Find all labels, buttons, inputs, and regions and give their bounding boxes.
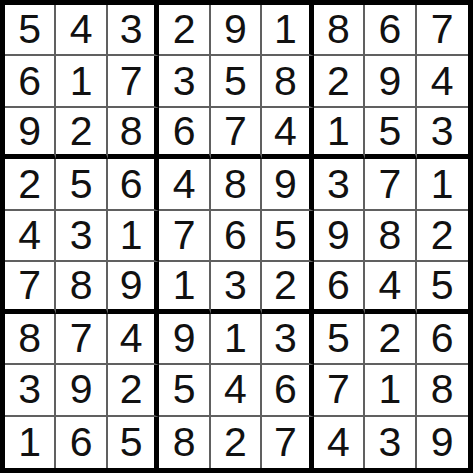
cell-r1c7: 8: [314, 5, 365, 56]
cell-r3c6: 4: [262, 108, 313, 159]
cell-r9c1: 1: [5, 417, 56, 468]
cell-r8c3: 2: [108, 365, 159, 416]
cell-r6c9: 5: [417, 262, 468, 313]
cell-r4c2: 5: [56, 159, 107, 210]
cell-r3c3: 8: [108, 108, 159, 159]
cell-r2c1: 6: [5, 56, 56, 107]
cell-r8c8: 1: [365, 365, 416, 416]
cell-r2c8: 9: [365, 56, 416, 107]
cell-r9c7: 4: [314, 417, 365, 468]
cell-r2c3: 7: [108, 56, 159, 107]
cell-r5c6: 5: [262, 211, 313, 262]
cell-r8c1: 3: [5, 365, 56, 416]
cell-r4c7: 3: [314, 159, 365, 210]
cell-r5c8: 8: [365, 211, 416, 262]
cell-r6c8: 4: [365, 262, 416, 313]
cell-r2c6: 8: [262, 56, 313, 107]
cell-r7c3: 4: [108, 314, 159, 365]
cell-r1c3: 3: [108, 5, 159, 56]
cell-r7c6: 3: [262, 314, 313, 365]
cell-r7c2: 7: [56, 314, 107, 365]
cell-r3c1: 9: [5, 108, 56, 159]
cell-r9c2: 6: [56, 417, 107, 468]
cell-r7c4: 9: [159, 314, 210, 365]
cell-r3c8: 5: [365, 108, 416, 159]
cell-r8c7: 7: [314, 365, 365, 416]
cell-r7c7: 5: [314, 314, 365, 365]
cell-r9c5: 2: [211, 417, 262, 468]
cell-r5c5: 6: [211, 211, 262, 262]
cell-r7c5: 1: [211, 314, 262, 365]
cell-r5c1: 4: [5, 211, 56, 262]
cell-r3c2: 2: [56, 108, 107, 159]
cell-r8c6: 6: [262, 365, 313, 416]
cell-r1c2: 4: [56, 5, 107, 56]
cell-r7c8: 2: [365, 314, 416, 365]
cell-r9c3: 5: [108, 417, 159, 468]
cell-r6c3: 9: [108, 262, 159, 313]
cell-r5c4: 7: [159, 211, 210, 262]
sudoku-board: 5432918676173582949286741532564893714317…: [0, 0, 473, 473]
cell-r3c9: 3: [417, 108, 468, 159]
cell-r5c3: 1: [108, 211, 159, 262]
cell-r9c8: 3: [365, 417, 416, 468]
cell-r3c5: 7: [211, 108, 262, 159]
cell-r4c6: 9: [262, 159, 313, 210]
cell-r4c4: 4: [159, 159, 210, 210]
cell-r4c8: 7: [365, 159, 416, 210]
cell-r9c4: 8: [159, 417, 210, 468]
cell-r7c9: 6: [417, 314, 468, 365]
cell-r2c4: 3: [159, 56, 210, 107]
cell-r1c9: 7: [417, 5, 468, 56]
cell-r9c6: 7: [262, 417, 313, 468]
cell-r6c2: 8: [56, 262, 107, 313]
cell-r7c1: 8: [5, 314, 56, 365]
cell-r4c1: 2: [5, 159, 56, 210]
cell-r5c2: 3: [56, 211, 107, 262]
cell-r1c8: 6: [365, 5, 416, 56]
sudoku-page: 5432918676173582949286741532564893714317…: [0, 0, 474, 474]
cell-r4c5: 8: [211, 159, 262, 210]
cell-r1c4: 2: [159, 5, 210, 56]
cell-r6c5: 3: [211, 262, 262, 313]
cell-r5c7: 9: [314, 211, 365, 262]
cell-r1c5: 9: [211, 5, 262, 56]
cell-r8c2: 9: [56, 365, 107, 416]
cell-r3c4: 6: [159, 108, 210, 159]
cell-r2c2: 1: [56, 56, 107, 107]
cell-r5c9: 2: [417, 211, 468, 262]
cell-r6c1: 7: [5, 262, 56, 313]
cell-r2c9: 4: [417, 56, 468, 107]
cell-r1c6: 1: [262, 5, 313, 56]
cell-r6c6: 2: [262, 262, 313, 313]
cell-r8c5: 4: [211, 365, 262, 416]
cell-r6c7: 6: [314, 262, 365, 313]
cell-r2c5: 5: [211, 56, 262, 107]
cell-r9c9: 9: [417, 417, 468, 468]
cell-r2c7: 2: [314, 56, 365, 107]
cell-r1c1: 5: [5, 5, 56, 56]
cell-r4c3: 6: [108, 159, 159, 210]
cell-r8c9: 8: [417, 365, 468, 416]
cell-r8c4: 5: [159, 365, 210, 416]
cell-r6c4: 1: [159, 262, 210, 313]
cell-r4c9: 1: [417, 159, 468, 210]
cell-r3c7: 1: [314, 108, 365, 159]
